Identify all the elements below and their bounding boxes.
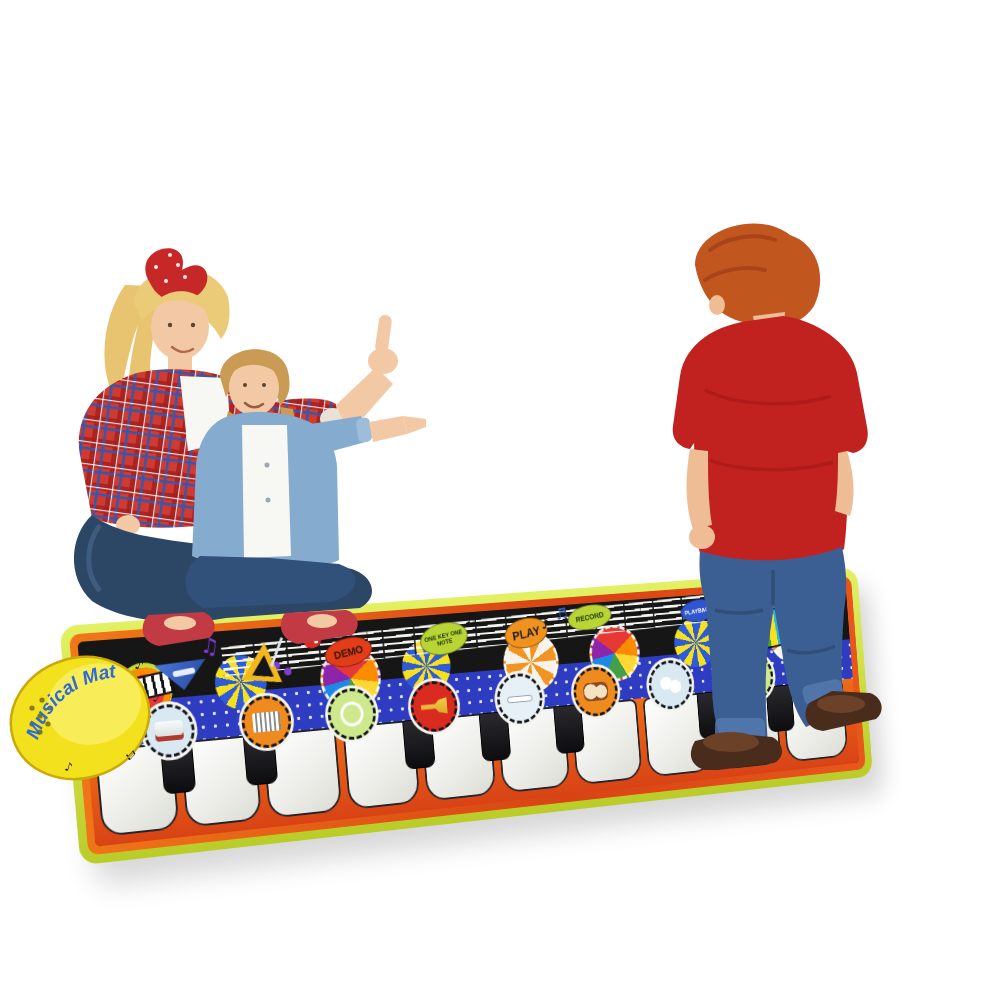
instrument-circle-trumpet[interactable] bbox=[409, 679, 460, 734]
flute-icon bbox=[507, 694, 533, 703]
boy-standing bbox=[635, 210, 895, 770]
blue-music-note-icon: ♬ bbox=[555, 606, 570, 623]
speaker-pod-graphic: Musical Mat ♪ ♩ ♫ ♪ bbox=[6, 642, 178, 784]
record-button-label: RECORD bbox=[575, 610, 604, 624]
staff-note-icon: ♪ bbox=[541, 617, 549, 630]
svg-text:♩: ♩ bbox=[150, 691, 162, 706]
instrument-circle-tambourine[interactable] bbox=[326, 686, 378, 742]
boy bbox=[673, 223, 882, 770]
bongo-drums-icon bbox=[583, 681, 609, 701]
mother-and-daughter bbox=[30, 225, 430, 655]
svg-text:♪: ♪ bbox=[133, 657, 146, 674]
speaker-pod: Musical Mat ♪ ♩ ♫ ♪ bbox=[6, 642, 178, 784]
tambourine-icon bbox=[339, 701, 364, 728]
trumpet-icon bbox=[420, 696, 447, 717]
accordion-icon bbox=[252, 711, 281, 733]
instrument-circle-accordion[interactable] bbox=[240, 694, 294, 751]
staff-note-icon: ♫ bbox=[464, 612, 476, 626]
instrument-circle-bongo-drums[interactable] bbox=[572, 665, 620, 718]
play-button-label: PLAY bbox=[511, 623, 541, 643]
product-photo-scene: ♫ ♬ ♪ DEMO ONE KEY ONE NOTE PLAY bbox=[0, 0, 1000, 1000]
instrument-circle-flute[interactable] bbox=[495, 672, 544, 726]
